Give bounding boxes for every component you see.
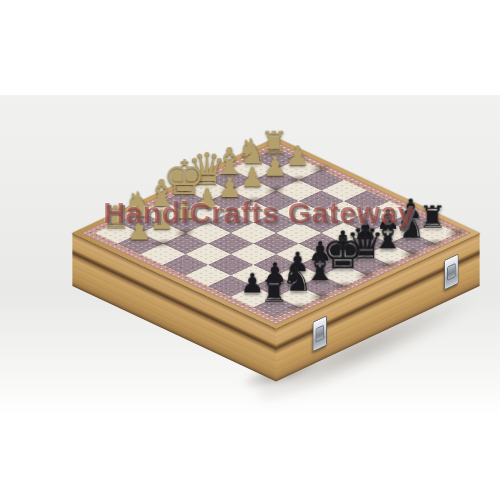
square-h8: ♜ <box>253 297 298 318</box>
square-h2: ♟ <box>118 233 163 254</box>
piece-white-pawn: ♟ <box>99 217 179 243</box>
product-photo: ♜♞♝♛♚♝♞♜♟♟♟♟♟♟♟♟♟♟♟♟♟♟♟♟♜♞♝♛♚♝♞♜ HandiCr… <box>0 0 500 500</box>
piece-black-rook: ♜ <box>235 277 315 306</box>
